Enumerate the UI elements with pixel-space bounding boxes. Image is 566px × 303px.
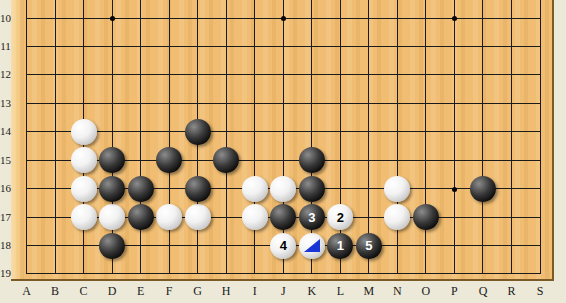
col-label-G: G [190, 284, 205, 298]
grid-line-col-P [454, 0, 455, 274]
stone-white-C14[interactable] [71, 119, 97, 145]
grid-line-col-B [55, 0, 56, 274]
col-label-E: E [133, 284, 148, 298]
stone-white-C15[interactable] [71, 147, 97, 173]
move-number: 2 [337, 211, 344, 224]
grid-line-row-11 [26, 46, 541, 47]
stone-white-J16[interactable] [270, 176, 296, 202]
row-label-16: 16 [0, 182, 11, 195]
grid-line-col-R [511, 0, 512, 274]
stone-black-D18[interactable] [99, 233, 125, 259]
stone-black-M18[interactable]: 5 [356, 233, 382, 259]
col-label-D: D [105, 284, 120, 298]
col-label-I: I [247, 284, 262, 298]
stone-white-C16[interactable] [71, 176, 97, 202]
grid-line-row-19 [26, 273, 541, 274]
stone-black-K15[interactable] [299, 147, 325, 173]
grid-line-col-E [140, 0, 141, 274]
col-label-P: P [447, 284, 462, 298]
stone-black-K17[interactable]: 3 [299, 204, 325, 230]
col-label-S: S [533, 284, 548, 298]
row-label-10: 10 [0, 12, 11, 25]
stone-black-D16[interactable] [99, 176, 125, 202]
stone-black-G14[interactable] [185, 119, 211, 145]
col-label-K: K [304, 284, 319, 298]
row-label-14: 14 [0, 125, 11, 138]
stone-white-G17[interactable] [185, 204, 211, 230]
row-label-13: 13 [0, 97, 11, 110]
stone-black-E17[interactable] [128, 204, 154, 230]
row-label-11: 11 [0, 40, 11, 53]
star-point-D10 [110, 16, 115, 21]
row-label-18: 18 [0, 239, 11, 252]
triangle-marker-icon [304, 239, 320, 252]
go-diagram: 10111213141516171819ABCDEFGHIJKLMNOPQRS2… [0, 0, 566, 303]
stone-white-I17[interactable] [242, 204, 268, 230]
row-label-17: 17 [0, 211, 11, 224]
stone-black-Q16[interactable] [470, 176, 496, 202]
grid-line-row-13 [26, 103, 541, 104]
grid-line-col-I [254, 0, 255, 274]
grid-line-col-N [397, 0, 398, 274]
col-label-R: R [504, 284, 519, 298]
row-label-12: 12 [0, 68, 11, 81]
col-label-L: L [333, 284, 348, 298]
stone-white-C17[interactable] [71, 204, 97, 230]
stone-white-I16[interactable] [242, 176, 268, 202]
move-number: 4 [280, 239, 287, 252]
stone-white-K18[interactable] [299, 233, 325, 259]
grid-line-col-S [540, 0, 541, 274]
col-label-O: O [418, 284, 433, 298]
col-label-F: F [162, 284, 177, 298]
col-label-B: B [48, 284, 63, 298]
star-point-P16 [452, 187, 457, 192]
row-label-19: 19 [0, 267, 11, 280]
grid-line-col-H [226, 0, 227, 274]
stone-white-N16[interactable] [384, 176, 410, 202]
move-number: 1 [337, 239, 344, 252]
grid-line-col-Q [482, 0, 483, 274]
col-label-Q: Q [475, 284, 490, 298]
col-label-N: N [390, 284, 405, 298]
move-number: 3 [308, 211, 315, 224]
star-point-J10 [281, 16, 286, 21]
grid-line-row-14 [26, 131, 541, 132]
row-label-15: 15 [0, 154, 11, 167]
stone-black-O17[interactable] [413, 204, 439, 230]
grid-line-col-O [425, 0, 426, 274]
grid-line-col-A [26, 0, 27, 274]
grid-line-col-F [169, 0, 170, 274]
star-point-P10 [452, 16, 457, 21]
col-label-C: C [76, 284, 91, 298]
stone-black-G16[interactable] [185, 176, 211, 202]
col-label-H: H [219, 284, 234, 298]
col-label-M: M [361, 284, 376, 298]
grid-line-row-12 [26, 74, 541, 75]
stone-black-E16[interactable] [128, 176, 154, 202]
stone-black-K16[interactable] [299, 176, 325, 202]
col-label-J: J [276, 284, 291, 298]
move-number: 5 [365, 239, 372, 252]
col-label-A: A [19, 284, 34, 298]
stone-white-J18[interactable]: 4 [270, 233, 296, 259]
stone-black-L18[interactable]: 1 [327, 233, 353, 259]
stone-white-D17[interactable] [99, 204, 125, 230]
